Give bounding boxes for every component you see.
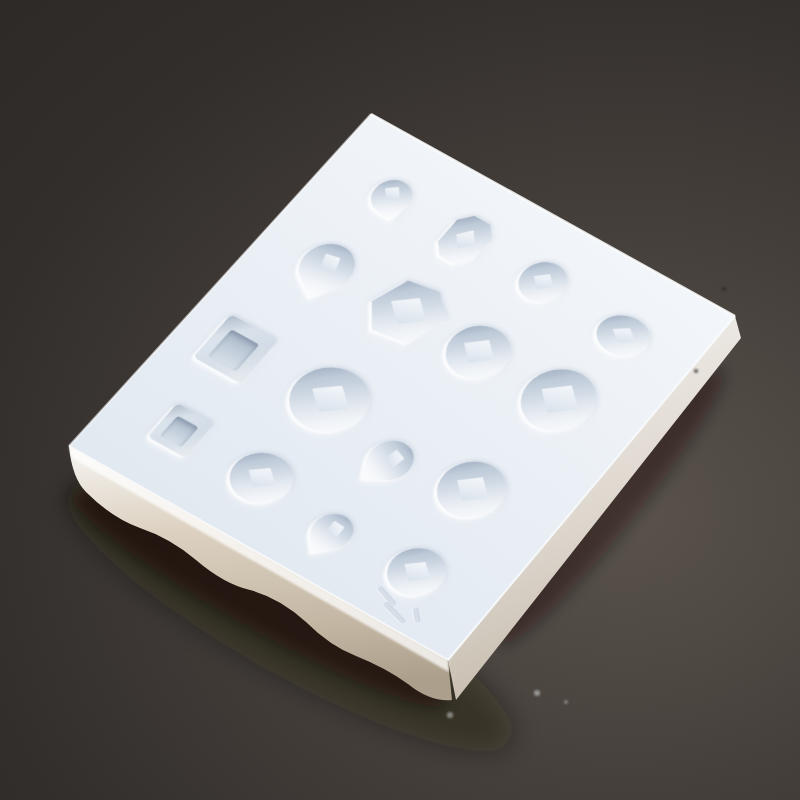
hexagon-cavity-shape [355, 270, 460, 354]
square-cavity-shape [193, 314, 278, 383]
gem-facet [301, 375, 361, 422]
floor-speck [447, 712, 452, 717]
round-cavity-shape [509, 255, 577, 310]
round-cavity-shape [433, 316, 524, 389]
teardrop-cavity-shape [362, 440, 417, 481]
cavity-round-2 [433, 316, 524, 389]
teardrop-cavity-shape [308, 510, 356, 553]
cavity-round-1 [509, 255, 577, 310]
round-cavity-shape [505, 358, 612, 444]
cavity-teardrop-1 [363, 174, 421, 221]
cavity-teardrop-4 [301, 507, 362, 556]
cavity-teardrop-3 [357, 433, 424, 487]
square-cavity-pit [208, 330, 258, 371]
round-cavity-shape [423, 451, 520, 529]
gem-facet [454, 332, 504, 371]
gem-facet [316, 249, 345, 276]
gem-facet [379, 288, 437, 333]
teardrop-cavity-shape [290, 235, 363, 298]
embossed-mark [383, 602, 406, 624]
oval-cavity-shape [217, 443, 306, 513]
gem-facet [527, 269, 559, 295]
gem-facet [325, 519, 345, 539]
gem-facet [240, 460, 284, 494]
oval-cavity-shape [273, 355, 386, 445]
gem-facet [396, 555, 438, 588]
cavity-oval-2 [273, 355, 386, 445]
embossed-mark [412, 608, 419, 623]
cavity-emerald-cut-1 [430, 210, 501, 269]
cavity-square-2 [148, 403, 215, 457]
cavity-hexagon-1 [355, 270, 460, 354]
cavity-teardrop-2 [287, 235, 366, 299]
square-cavity-shape [148, 403, 215, 457]
oval-cavity-shape [586, 307, 660, 364]
emerald-cavity-shape [430, 210, 501, 269]
photo-root [0, 0, 800, 800]
gem-facet [606, 322, 641, 349]
gem-facet [529, 375, 590, 423]
gem-facet [384, 449, 407, 468]
square-cavity-pit [160, 415, 200, 447]
gem-facet [379, 182, 406, 204]
teardrop-cavity-shape [362, 173, 420, 221]
floor-speck [722, 287, 726, 291]
cavity-oval-3 [217, 443, 306, 513]
gem-facet [447, 469, 499, 510]
cavity-oval-1 [586, 307, 660, 364]
cavity-round-3 [505, 358, 612, 444]
cavity-square-1 [193, 314, 278, 383]
gem-facet [448, 225, 482, 253]
cavity-round-4 [423, 451, 520, 529]
